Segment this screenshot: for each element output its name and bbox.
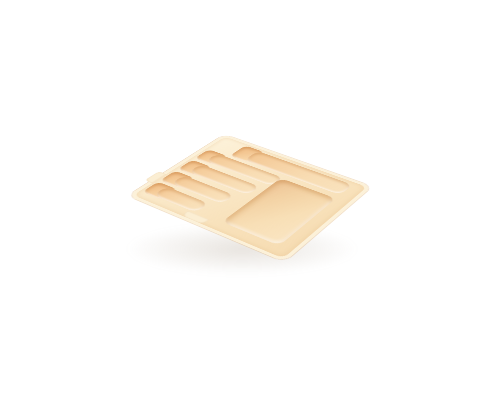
photo-canvas [0, 0, 500, 400]
grip-tab-bottom-edge [181, 211, 209, 225]
